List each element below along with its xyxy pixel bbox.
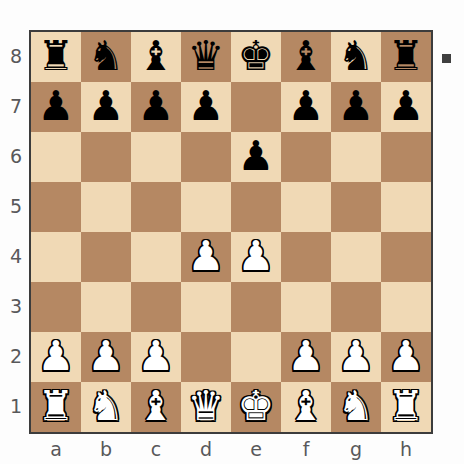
square-f2[interactable]: ♟	[281, 332, 331, 382]
square-c8[interactable]: ♝	[131, 32, 181, 82]
piece-black-pawn[interactable]: ♟	[338, 81, 375, 131]
piece-black-king[interactable]: ♚	[238, 31, 275, 81]
piece-black-pawn[interactable]: ♟	[38, 81, 75, 131]
file-label-g: g	[331, 436, 381, 462]
square-f1[interactable]: ♝	[281, 382, 331, 432]
piece-black-pawn[interactable]: ♟	[238, 131, 275, 181]
square-b5[interactable]	[81, 182, 131, 232]
piece-black-pawn[interactable]: ♟	[288, 81, 325, 131]
piece-black-pawn[interactable]: ♟	[88, 81, 125, 131]
square-a6[interactable]	[31, 132, 81, 182]
file-label-a: a	[31, 436, 81, 462]
square-h4[interactable]	[381, 232, 431, 282]
square-b7[interactable]: ♟	[81, 82, 131, 132]
square-c7[interactable]: ♟	[131, 82, 181, 132]
square-e5[interactable]	[231, 182, 281, 232]
square-c2[interactable]: ♟	[131, 332, 181, 382]
rank-label-4: 4	[0, 231, 22, 281]
rank-label-7: 7	[0, 81, 22, 131]
piece-white-pawn[interactable]: ♟	[338, 331, 375, 381]
piece-black-queen[interactable]: ♛	[188, 31, 225, 81]
square-e6[interactable]: ♟	[231, 132, 281, 182]
piece-black-bishop[interactable]: ♝	[288, 31, 325, 81]
file-label-d: d	[181, 436, 231, 462]
square-f7[interactable]: ♟	[281, 82, 331, 132]
square-d5[interactable]	[181, 182, 231, 232]
piece-white-queen[interactable]: ♛	[188, 381, 225, 431]
file-label-b: b	[81, 436, 131, 462]
square-e4[interactable]: ♟	[231, 232, 281, 282]
square-f4[interactable]	[281, 232, 331, 282]
piece-white-pawn[interactable]: ♟	[188, 231, 225, 281]
square-c3[interactable]	[131, 282, 181, 332]
piece-white-pawn[interactable]: ♟	[38, 331, 75, 381]
piece-black-bishop[interactable]: ♝	[138, 31, 175, 81]
square-g8[interactable]: ♞	[331, 32, 381, 82]
square-e7[interactable]	[231, 82, 281, 132]
piece-white-pawn[interactable]: ♟	[238, 231, 275, 281]
square-d1[interactable]: ♛	[181, 382, 231, 432]
square-h5[interactable]	[381, 182, 431, 232]
rank-label-1: 1	[0, 381, 22, 431]
square-h1[interactable]: ♜	[381, 382, 431, 432]
piece-white-pawn[interactable]: ♟	[138, 331, 175, 381]
square-d2[interactable]	[181, 332, 231, 382]
square-c5[interactable]	[131, 182, 181, 232]
piece-black-rook[interactable]: ♜	[388, 31, 425, 81]
chess-app: ♜♞♝♛♚♝♞♜♟♟♟♟♟♟♟♟♟♟♟♟♟♟♟♟♜♞♝♛♚♝♞♜ 8765432…	[0, 0, 464, 464]
square-b4[interactable]	[81, 232, 131, 282]
square-h6[interactable]	[381, 132, 431, 182]
rank-label-3: 3	[0, 281, 22, 331]
square-c1[interactable]: ♝	[131, 382, 181, 432]
square-g5[interactable]	[331, 182, 381, 232]
square-h3[interactable]	[381, 282, 431, 332]
rank-label-2: 2	[0, 331, 22, 381]
piece-black-knight[interactable]: ♞	[338, 31, 375, 81]
piece-white-pawn[interactable]: ♟	[88, 331, 125, 381]
square-e3[interactable]	[231, 282, 281, 332]
piece-white-rook[interactable]: ♜	[38, 381, 75, 431]
square-a5[interactable]	[31, 182, 81, 232]
square-b8[interactable]: ♞	[81, 32, 131, 82]
file-label-c: c	[131, 436, 181, 462]
square-a8[interactable]: ♜	[31, 32, 81, 82]
square-b6[interactable]	[81, 132, 131, 182]
piece-black-rook[interactable]: ♜	[38, 31, 75, 81]
square-a7[interactable]: ♟	[31, 82, 81, 132]
piece-white-knight[interactable]: ♞	[88, 381, 125, 431]
square-a3[interactable]	[31, 282, 81, 332]
square-h7[interactable]: ♟	[381, 82, 431, 132]
chess-board: ♜♞♝♛♚♝♞♜♟♟♟♟♟♟♟♟♟♟♟♟♟♟♟♟♜♞♝♛♚♝♞♜	[29, 30, 433, 434]
square-f5[interactable]	[281, 182, 331, 232]
piece-white-bishop[interactable]: ♝	[288, 381, 325, 431]
square-g4[interactable]	[331, 232, 381, 282]
turn-indicator-icon	[442, 54, 451, 63]
square-b2[interactable]: ♟	[81, 332, 131, 382]
square-e8[interactable]: ♚	[231, 32, 281, 82]
rank-label-6: 6	[0, 131, 22, 181]
square-g6[interactable]	[331, 132, 381, 182]
square-g7[interactable]: ♟	[331, 82, 381, 132]
piece-white-knight[interactable]: ♞	[338, 381, 375, 431]
square-h8[interactable]: ♜	[381, 32, 431, 82]
piece-white-pawn[interactable]: ♟	[288, 331, 325, 381]
square-a2[interactable]: ♟	[31, 332, 81, 382]
square-c6[interactable]	[131, 132, 181, 182]
piece-black-knight[interactable]: ♞	[88, 31, 125, 81]
rank-label-8: 8	[0, 31, 22, 81]
square-d4[interactable]: ♟	[181, 232, 231, 282]
square-f8[interactable]: ♝	[281, 32, 331, 82]
piece-white-rook[interactable]: ♜	[388, 381, 425, 431]
square-a4[interactable]	[31, 232, 81, 282]
piece-black-pawn[interactable]: ♟	[388, 81, 425, 131]
square-b3[interactable]	[81, 282, 131, 332]
piece-black-pawn[interactable]: ♟	[138, 81, 175, 131]
square-d8[interactable]: ♛	[181, 32, 231, 82]
square-e1[interactable]: ♚	[231, 382, 281, 432]
square-e2[interactable]	[231, 332, 281, 382]
square-f3[interactable]	[281, 282, 331, 332]
square-d7[interactable]: ♟	[181, 82, 231, 132]
piece-white-pawn[interactable]: ♟	[388, 331, 425, 381]
rank-label-5: 5	[0, 181, 22, 231]
square-d3[interactable]	[181, 282, 231, 332]
file-label-e: e	[231, 436, 281, 462]
square-a1[interactable]: ♜	[31, 382, 81, 432]
file-label-f: f	[281, 436, 331, 462]
square-g1[interactable]: ♞	[331, 382, 381, 432]
square-f6[interactable]	[281, 132, 331, 182]
square-g2[interactable]: ♟	[331, 332, 381, 382]
piece-white-bishop[interactable]: ♝	[138, 381, 175, 431]
square-g3[interactable]	[331, 282, 381, 332]
square-c4[interactable]	[131, 232, 181, 282]
piece-white-king[interactable]: ♚	[238, 381, 275, 431]
file-label-h: h	[381, 436, 431, 462]
square-b1[interactable]: ♞	[81, 382, 131, 432]
square-d6[interactable]	[181, 132, 231, 182]
square-h2[interactable]: ♟	[381, 332, 431, 382]
piece-black-pawn[interactable]: ♟	[188, 81, 225, 131]
